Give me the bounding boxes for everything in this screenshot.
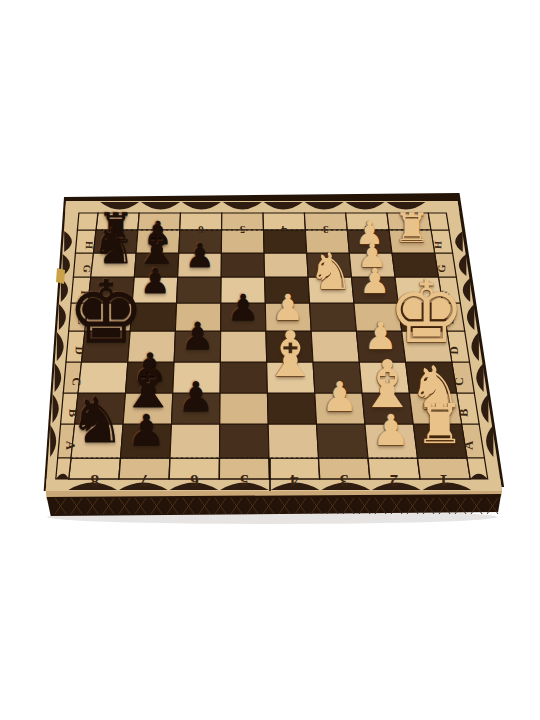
piece-white-rook-a1[interactable]: ♜ (415, 397, 464, 452)
square-a5[interactable] (220, 424, 270, 458)
piece-white-bishop-c4[interactable]: ♝ (262, 324, 318, 387)
piece-black-king-d8[interactable]: ♚ (67, 269, 145, 356)
piece-white-king-d1[interactable]: ♚ (388, 269, 466, 356)
square-b5[interactable] (220, 393, 268, 424)
piece-white-pawn-a2[interactable]: ♟ (372, 409, 410, 452)
rank-label-near-3: 3 (340, 471, 349, 490)
rank-label-far-5: 5 (239, 224, 245, 236)
rank-label-far-4: 4 (281, 224, 287, 236)
square-g4[interactable] (264, 253, 308, 277)
piece-black-pawn-a7[interactable]: ♟ (127, 409, 165, 452)
square-a6[interactable] (170, 424, 220, 458)
rank-label-near-8: 8 (90, 471, 99, 490)
rank-label-far-6: 6 (198, 224, 204, 236)
rank-label-near-7: 7 (140, 471, 149, 490)
chess-set-product-photo: 8877665544332211AABBCCDDEEFFGGHH ♞♚♞♜♟♝♟… (0, 0, 540, 720)
brass-clasp (56, 268, 65, 284)
piece-black-pawn-e5[interactable]: ♟ (227, 290, 259, 326)
piece-white-pawn-b3[interactable]: ♟ (321, 377, 358, 418)
rank-label-near-1: 1 (440, 471, 449, 490)
square-c5[interactable] (220, 362, 267, 393)
square-b4[interactable] (267, 393, 316, 424)
file-label-right-H: H (432, 241, 443, 249)
rank-label-near-2: 2 (390, 471, 399, 490)
square-a3[interactable] (317, 424, 369, 458)
rank-label-far-3: 3 (322, 224, 328, 236)
piece-black-knight-a8[interactable]: ♞ (69, 389, 125, 452)
rank-label-near-4: 4 (289, 471, 298, 490)
square-g5[interactable] (221, 253, 264, 277)
rank-label-near-5: 5 (240, 471, 249, 490)
piece-white-knight-f3[interactable]: ♞ (308, 247, 354, 298)
piece-black-pawn-g6[interactable]: ♟ (185, 239, 215, 272)
piece-black-pawn-b6[interactable]: ♟ (178, 377, 215, 418)
square-d5[interactable] (220, 331, 266, 362)
rank-label-near-6: 6 (190, 471, 199, 490)
square-f6[interactable] (177, 277, 222, 303)
square-a4[interactable] (268, 424, 318, 458)
corner-cell (428, 213, 449, 230)
piece-black-pawn-d6[interactable]: ♟ (181, 319, 215, 357)
piece-white-pawn-f2[interactable]: ♟ (359, 264, 390, 299)
piece-white-rook-h1[interactable]: ♜ (393, 208, 430, 249)
